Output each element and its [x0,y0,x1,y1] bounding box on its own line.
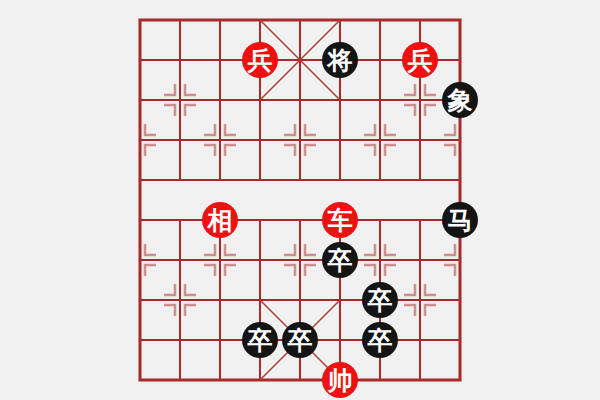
board-point[interactable] [440,280,480,320]
board-point[interactable]: 帅 [320,360,360,400]
board-point[interactable] [400,80,440,120]
board-point[interactable] [160,120,200,160]
board-point[interactable] [440,240,480,280]
board-point[interactable] [200,0,240,40]
board-point[interactable] [160,40,200,80]
board-point[interactable] [240,160,280,200]
board-point[interactable] [280,160,320,200]
board-grid: 兵将兵象相车马卒卒卒卒卒帅 [120,0,480,400]
board-point[interactable] [280,0,320,40]
piece-black-soldier[interactable]: 卒 [362,322,398,358]
board-point[interactable] [160,280,200,320]
board-point[interactable]: 将 [320,40,360,80]
board-point[interactable] [320,280,360,320]
board-point[interactable] [200,320,240,360]
board-point[interactable]: 卒 [360,320,400,360]
board-point[interactable] [440,120,480,160]
board-point[interactable] [360,120,400,160]
board-point[interactable]: 象 [440,80,480,120]
board-point[interactable] [320,0,360,40]
board-point[interactable]: 卒 [240,320,280,360]
board-point[interactable] [280,80,320,120]
board-point[interactable] [120,160,160,200]
board-point[interactable] [280,240,320,280]
board-point[interactable]: 卒 [280,320,320,360]
piece-black-elephant[interactable]: 象 [442,82,478,118]
board-point[interactable] [320,160,360,200]
board-point[interactable] [440,40,480,80]
board-point[interactable] [400,120,440,160]
piece-black-horse[interactable]: 马 [442,202,478,238]
piece-red-chariot[interactable]: 车 [322,202,358,238]
board-point[interactable] [360,200,400,240]
piece-red-soldier[interactable]: 兵 [242,42,278,78]
board-point[interactable] [280,280,320,320]
board-point[interactable] [360,240,400,280]
board-point[interactable] [360,80,400,120]
board-point[interactable] [400,0,440,40]
xiangqi-board: 兵将兵象相车马卒卒卒卒卒帅 [0,0,600,400]
board-point[interactable] [120,120,160,160]
board-point[interactable] [120,80,160,120]
board-point[interactable] [320,320,360,360]
board-point[interactable] [440,160,480,200]
board-point[interactable]: 兵 [400,40,440,80]
board-point[interactable] [160,320,200,360]
board-point[interactable] [400,240,440,280]
board-point[interactable] [240,120,280,160]
board-point[interactable] [280,120,320,160]
board-point[interactable] [160,200,200,240]
board-point[interactable] [400,200,440,240]
board-point[interactable] [200,80,240,120]
board-point[interactable] [160,360,200,400]
board-point[interactable] [160,0,200,40]
board-point[interactable] [120,40,160,80]
board-point[interactable] [400,320,440,360]
piece-black-soldier[interactable]: 卒 [362,282,398,318]
board-point[interactable] [360,160,400,200]
board-point[interactable] [400,160,440,200]
board-point[interactable] [440,0,480,40]
piece-black-soldier[interactable]: 卒 [282,322,318,358]
board-point[interactable]: 卒 [320,240,360,280]
board-point[interactable] [440,320,480,360]
piece-black-soldier[interactable]: 卒 [322,242,358,278]
board-point[interactable] [240,240,280,280]
board-point[interactable] [120,280,160,320]
piece-red-elephant[interactable]: 相 [202,202,238,238]
board-point[interactable]: 兵 [240,40,280,80]
board-point[interactable] [440,360,480,400]
board-point[interactable] [360,0,400,40]
board-point[interactable] [160,160,200,200]
board-point[interactable] [280,360,320,400]
piece-red-soldier[interactable]: 兵 [402,42,438,78]
board-point[interactable] [200,360,240,400]
board-point[interactable] [240,80,280,120]
board-point[interactable] [120,0,160,40]
board-point[interactable] [360,40,400,80]
board-point[interactable] [320,80,360,120]
board-point[interactable] [120,320,160,360]
piece-red-general[interactable]: 帅 [322,362,358,398]
board-point[interactable] [240,200,280,240]
board-point[interactable] [240,360,280,400]
board-point[interactable] [120,360,160,400]
board-point[interactable] [280,200,320,240]
board-point[interactable] [280,40,320,80]
board-point[interactable]: 马 [440,200,480,240]
piece-black-soldier[interactable]: 卒 [242,322,278,358]
board-point[interactable] [200,40,240,80]
piece-black-general[interactable]: 将 [322,42,358,78]
board-point[interactable]: 卒 [360,280,400,320]
board-point[interactable]: 相 [200,200,240,240]
board-point[interactable] [160,80,200,120]
board-point[interactable] [120,240,160,280]
board-point[interactable] [120,200,160,240]
board-point[interactable] [200,120,240,160]
board-point[interactable] [200,160,240,200]
board-point[interactable] [400,360,440,400]
board-point[interactable] [400,280,440,320]
board-point[interactable] [240,280,280,320]
board-point[interactable] [200,240,240,280]
board-point[interactable] [360,360,400,400]
board-point[interactable] [200,280,240,320]
board-point[interactable] [160,240,200,280]
board-point[interactable] [240,0,280,40]
board-point[interactable]: 车 [320,200,360,240]
board-point[interactable] [320,120,360,160]
